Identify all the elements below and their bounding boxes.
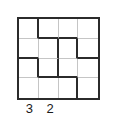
column-clue-1: 3: [19, 101, 40, 117]
cell-r2c1[interactable]: [19, 39, 39, 59]
column-clues: 32: [19, 101, 102, 117]
cell-r4c1[interactable]: [19, 78, 39, 98]
cell-r1c2[interactable]: [39, 19, 59, 39]
column-clue-2: 2: [40, 101, 61, 117]
column-clue-4: [81, 101, 102, 117]
cell-r1c1[interactable]: [19, 19, 39, 39]
cell-r1c4[interactable]: [78, 19, 98, 39]
cell-r2c4[interactable]: [78, 39, 98, 59]
puzzle-canvas: 32: [0, 0, 120, 120]
cell-r1c3[interactable]: [59, 19, 79, 39]
cell-r3c4[interactable]: [78, 59, 98, 79]
cell-r4c2[interactable]: [39, 78, 59, 98]
column-clue-3: [61, 101, 82, 117]
cell-r3c2[interactable]: [39, 59, 59, 79]
cell-r2c2[interactable]: [39, 39, 59, 59]
cell-r4c4[interactable]: [78, 78, 98, 98]
cell-r2c3[interactable]: [59, 39, 79, 59]
cell-r3c1[interactable]: [19, 59, 39, 79]
cell-r3c3[interactable]: [59, 59, 79, 79]
puzzle-board: [17, 17, 100, 100]
cell-r4c3[interactable]: [59, 78, 79, 98]
